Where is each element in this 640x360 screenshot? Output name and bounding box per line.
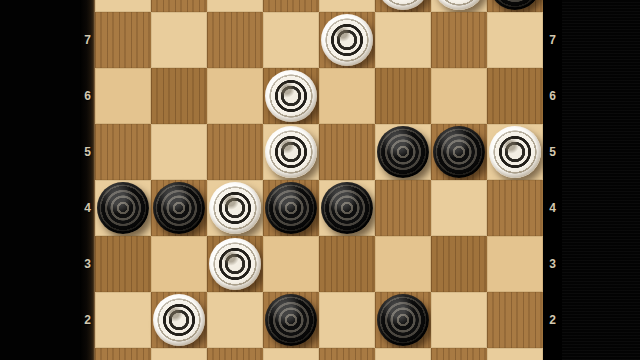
rank-label-4-left: 4 [80, 201, 95, 215]
white-checker-c4[interactable] [209, 182, 261, 234]
rank-label-2-left: 2 [80, 313, 95, 327]
square-f4[interactable] [375, 180, 431, 236]
square-g1[interactable] [431, 348, 487, 360]
square-a5[interactable] [95, 124, 151, 180]
square-g2[interactable] [431, 292, 487, 348]
rank-label-7-left: 7 [80, 33, 95, 47]
square-g7[interactable] [431, 12, 487, 68]
square-d8[interactable] [263, 0, 319, 12]
black-checker-b4[interactable] [153, 182, 205, 234]
black-checker-d4[interactable] [265, 182, 317, 234]
square-b3[interactable] [151, 236, 207, 292]
rank-label-3-left: 3 [80, 257, 95, 271]
white-checker-d5[interactable] [265, 126, 317, 178]
white-checker-b2[interactable] [153, 294, 205, 346]
square-h6[interactable] [487, 68, 543, 124]
square-g6[interactable] [431, 68, 487, 124]
board-frame-right: 765432 [543, 0, 562, 360]
black-checker-e4[interactable] [321, 182, 373, 234]
square-b1[interactable] [151, 348, 207, 360]
checkers-app-screen: 765432 765432 [0, 0, 640, 360]
square-e2[interactable] [319, 292, 375, 348]
square-d3[interactable] [263, 236, 319, 292]
square-d7[interactable] [263, 12, 319, 68]
rank-label-4-right: 4 [543, 201, 562, 215]
square-f1[interactable] [375, 348, 431, 360]
rank-label-6-left: 6 [80, 89, 95, 103]
square-e3[interactable] [319, 236, 375, 292]
square-e1[interactable] [319, 348, 375, 360]
square-f7[interactable] [375, 12, 431, 68]
black-checker-g5[interactable] [433, 126, 485, 178]
white-checker-h5[interactable] [489, 126, 541, 178]
square-c8[interactable] [207, 0, 263, 12]
square-f3[interactable] [375, 236, 431, 292]
black-checker-f5[interactable] [377, 126, 429, 178]
square-b6[interactable] [151, 68, 207, 124]
white-checker-d6[interactable] [265, 70, 317, 122]
square-b7[interactable] [151, 12, 207, 68]
black-checker-a4[interactable] [97, 182, 149, 234]
rank-label-3-right: 3 [543, 257, 562, 271]
square-h3[interactable] [487, 236, 543, 292]
checkers-board[interactable] [95, 0, 543, 360]
square-h7[interactable] [487, 12, 543, 68]
square-c2[interactable] [207, 292, 263, 348]
rank-label-6-right: 6 [543, 89, 562, 103]
square-b8[interactable] [151, 0, 207, 12]
rank-label-7-right: 7 [543, 33, 562, 47]
square-e8[interactable] [319, 0, 375, 12]
square-f6[interactable] [375, 68, 431, 124]
board-frame-left: 765432 [80, 0, 95, 360]
square-e6[interactable] [319, 68, 375, 124]
black-checker-d2[interactable] [265, 294, 317, 346]
square-c6[interactable] [207, 68, 263, 124]
rank-label-5-left: 5 [80, 145, 95, 159]
square-b5[interactable] [151, 124, 207, 180]
square-c1[interactable] [207, 348, 263, 360]
square-c5[interactable] [207, 124, 263, 180]
black-checker-f2[interactable] [377, 294, 429, 346]
square-h4[interactable] [487, 180, 543, 236]
square-a1[interactable] [95, 348, 151, 360]
square-a6[interactable] [95, 68, 151, 124]
rank-label-5-right: 5 [543, 145, 562, 159]
square-c7[interactable] [207, 12, 263, 68]
square-e5[interactable] [319, 124, 375, 180]
letterbox-right [562, 0, 640, 360]
square-g4[interactable] [431, 180, 487, 236]
square-h2[interactable] [487, 292, 543, 348]
square-a3[interactable] [95, 236, 151, 292]
square-d1[interactable] [263, 348, 319, 360]
letterbox-left [0, 0, 80, 360]
square-a8[interactable] [95, 0, 151, 12]
rank-label-2-right: 2 [543, 313, 562, 327]
square-h1[interactable] [487, 348, 543, 360]
square-a7[interactable] [95, 12, 151, 68]
square-g3[interactable] [431, 236, 487, 292]
white-checker-e7[interactable] [321, 14, 373, 66]
square-a2[interactable] [95, 292, 151, 348]
white-checker-c3[interactable] [209, 238, 261, 290]
